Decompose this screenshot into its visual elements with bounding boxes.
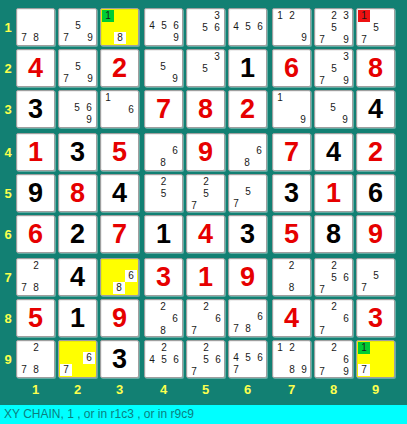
solved-digit: 5 bbox=[17, 300, 54, 336]
solved-digit: 4 bbox=[17, 50, 54, 86]
cell-r7c8[interactable]: 2567 bbox=[314, 258, 353, 296]
solved-digit: 6 bbox=[17, 216, 54, 252]
solved-digit: 5 bbox=[101, 134, 138, 170]
candidates: 4569 bbox=[146, 10, 181, 44]
candidate-8: 8 bbox=[242, 323, 254, 335]
cell-r6c8[interactable]: 8 bbox=[314, 215, 353, 253]
candidate-6: 6 bbox=[212, 354, 224, 366]
solved-digit: 4 bbox=[187, 216, 224, 252]
candidate-6: 6 bbox=[340, 272, 352, 284]
cell-r8c6[interactable]: 678 bbox=[228, 299, 267, 337]
candidate-6: 6 bbox=[254, 21, 266, 33]
candidates: 18 bbox=[102, 10, 137, 44]
candidate-7: 7 bbox=[316, 366, 328, 378]
candidate-5: 5 bbox=[71, 102, 83, 114]
cell-r8c1[interactable]: 5 bbox=[16, 299, 55, 337]
box-9: 28256757426731289267917 bbox=[272, 258, 395, 378]
candidate-9: 9 bbox=[84, 32, 96, 44]
candidate-9: 9 bbox=[340, 34, 352, 46]
candidate-7: 7 bbox=[316, 75, 328, 87]
box-1: 785791845792356916 bbox=[16, 8, 139, 128]
cell-r1c4[interactable]: 4569 bbox=[144, 8, 183, 46]
cell-r4c5[interactable]: 9 bbox=[186, 133, 225, 171]
candidates: 267 bbox=[188, 301, 223, 335]
candidate-7: 7 bbox=[230, 323, 242, 335]
cell-r5c6[interactable]: 57 bbox=[228, 174, 267, 212]
solved-digit: 9 bbox=[357, 216, 394, 252]
given-digit: 4 bbox=[315, 134, 352, 170]
cell-r9c5[interactable]: 2567 bbox=[186, 340, 225, 378]
cell-r9c3[interactable]: 3 bbox=[100, 340, 139, 378]
row-label-2: 2 bbox=[0, 49, 16, 87]
candidate-7: 7 bbox=[188, 200, 200, 212]
cell-r1c1[interactable]: 78 bbox=[16, 8, 55, 46]
box-7: 278468519278673 bbox=[16, 258, 139, 378]
candidates: 23579 bbox=[316, 10, 351, 44]
candidate-7: 7 bbox=[188, 366, 200, 378]
candidate-2: 2 bbox=[158, 176, 170, 188]
solved-digit: 5 bbox=[273, 216, 310, 252]
candidate-5: 5 bbox=[242, 352, 254, 364]
candidates: 157 bbox=[358, 10, 393, 44]
candidate-6: 6 bbox=[253, 145, 265, 157]
cell-r5c8[interactable]: 1 bbox=[314, 174, 353, 212]
cell-r6c7[interactable]: 5 bbox=[272, 215, 311, 253]
candidate-1: 1 bbox=[102, 92, 114, 104]
cell-r8c3[interactable]: 9 bbox=[100, 299, 139, 337]
cell-r7c5[interactable]: 1 bbox=[186, 258, 225, 296]
cell-r2c9[interactable]: 8 bbox=[356, 49, 395, 87]
candidate-6: 6 bbox=[254, 311, 266, 323]
candidate-7: 7 bbox=[358, 34, 370, 46]
cell-r5c9[interactable]: 6 bbox=[356, 174, 395, 212]
column-label-3: 3 bbox=[100, 381, 139, 397]
box-8: 319268267678245625674567 bbox=[144, 258, 267, 378]
candidate-4: 4 bbox=[146, 20, 158, 32]
candidate-9: 9 bbox=[169, 73, 181, 85]
cell-r2c2[interactable]: 579 bbox=[58, 49, 97, 87]
cell-r3c8[interactable]: 59 bbox=[314, 90, 353, 128]
row-labels-group-2: 456 bbox=[0, 133, 16, 253]
solved-digit: 7 bbox=[273, 134, 310, 170]
cell-r4c2[interactable]: 3 bbox=[58, 133, 97, 171]
solved-digit: 2 bbox=[229, 91, 266, 127]
cell-r7c6[interactable]: 9 bbox=[228, 258, 267, 296]
candidate-7: 7 bbox=[316, 34, 328, 46]
solved-digit: 3 bbox=[357, 300, 394, 336]
solved-digit: 2 bbox=[357, 134, 394, 170]
candidates: 25 bbox=[146, 176, 181, 210]
given-digit: 6 bbox=[357, 175, 394, 211]
candidate-6: 6 bbox=[170, 354, 182, 366]
given-digit: 1 bbox=[145, 216, 182, 252]
candidate-9: 9 bbox=[339, 114, 351, 126]
candidates: 678 bbox=[230, 301, 265, 335]
cell-r6c1[interactable]: 6 bbox=[16, 215, 55, 253]
cell-r6c2[interactable]: 2 bbox=[58, 215, 97, 253]
candidate-5: 5 bbox=[328, 22, 340, 34]
candidates: 2456 bbox=[146, 342, 181, 376]
cell-r4c6[interactable]: 68 bbox=[228, 133, 267, 171]
candidate-7: 7 bbox=[316, 325, 328, 337]
row-label-3: 3 bbox=[0, 90, 16, 128]
candidates: 278 bbox=[18, 260, 53, 294]
candidates: 35 bbox=[188, 51, 223, 85]
candidate-1-green-marked: 1 bbox=[102, 10, 114, 22]
cell-r4c4[interactable]: 68 bbox=[144, 133, 183, 171]
cell-r4c9[interactable]: 2 bbox=[356, 133, 395, 171]
cell-r7c2[interactable]: 4 bbox=[58, 258, 97, 296]
candidate-4: 4 bbox=[146, 354, 158, 366]
cell-r4c3[interactable]: 5 bbox=[100, 133, 139, 171]
cell-r2c1[interactable]: 4 bbox=[16, 49, 55, 87]
candidate-7: 7 bbox=[358, 364, 370, 376]
cell-r5c7[interactable]: 3 bbox=[272, 174, 311, 212]
candidate-7: 7 bbox=[188, 325, 200, 337]
box-4: 135984627 bbox=[16, 133, 139, 253]
candidate-4: 4 bbox=[230, 352, 242, 364]
solved-digit: 7 bbox=[145, 91, 182, 127]
box-2: 456935645659351782 bbox=[144, 8, 267, 128]
candidate-5: 5 bbox=[370, 270, 382, 282]
cell-r3c2[interactable]: 569 bbox=[58, 90, 97, 128]
row-label-9: 9 bbox=[0, 340, 16, 378]
row-labels: 123456789 bbox=[0, 8, 16, 378]
cell-r3c7[interactable]: 19 bbox=[272, 90, 311, 128]
solved-digit: 1 bbox=[17, 134, 54, 170]
candidate-6: 6 bbox=[254, 352, 266, 364]
candidate-8: 8 bbox=[286, 282, 298, 294]
solved-digit: 1 bbox=[315, 175, 352, 211]
candidate-7: 7 bbox=[358, 282, 370, 294]
candidates: 278 bbox=[18, 342, 53, 376]
row-labels-group-3: 789 bbox=[0, 258, 16, 378]
status-text: XY CHAIN, 1 , or in r1c3 , or in r9c9 bbox=[4, 407, 194, 421]
solved-digit: 8 bbox=[59, 175, 96, 211]
cell-r7c9[interactable]: 57 bbox=[356, 258, 395, 296]
candidates: 67 bbox=[60, 342, 95, 376]
given-digit: 8 bbox=[315, 216, 352, 252]
candidate-9: 9 bbox=[298, 32, 310, 44]
cell-r3c1[interactable]: 3 bbox=[16, 90, 55, 128]
cell-r4c7[interactable]: 7 bbox=[272, 133, 311, 171]
solved-digit: 7 bbox=[101, 216, 138, 252]
candidate-5: 5 bbox=[328, 272, 340, 284]
candidate-2: 2 bbox=[200, 342, 212, 354]
cell-r3c9[interactable]: 4 bbox=[356, 90, 395, 128]
candidate-2: 2 bbox=[286, 342, 298, 354]
candidate-9: 9 bbox=[298, 364, 310, 376]
candidate-2: 2 bbox=[200, 176, 212, 188]
candidate-3: 3 bbox=[211, 51, 223, 63]
given-digit: 3 bbox=[101, 341, 138, 377]
candidate-6: 6 bbox=[211, 22, 223, 34]
candidate-7: 7 bbox=[60, 364, 72, 376]
cell-r2c6[interactable]: 1 bbox=[228, 49, 267, 87]
cell-r5c1[interactable]: 9 bbox=[16, 174, 55, 212]
candidates: 268 bbox=[146, 301, 181, 335]
candidates: 579 bbox=[60, 10, 95, 44]
candidate-7: 7 bbox=[18, 364, 30, 376]
candidate-6: 6 bbox=[83, 102, 95, 114]
solved-digit: 9 bbox=[229, 259, 266, 295]
candidates: 17 bbox=[358, 342, 393, 376]
cell-r5c3[interactable]: 4 bbox=[100, 174, 139, 212]
cell-r7c3[interactable]: 68 bbox=[100, 258, 139, 296]
candidate-5: 5 bbox=[200, 188, 212, 200]
candidate-4: 4 bbox=[230, 21, 242, 33]
given-digit: 2 bbox=[59, 216, 96, 252]
candidate-6: 6 bbox=[170, 20, 182, 32]
column-label-5: 5 bbox=[186, 381, 225, 397]
candidates: 2567 bbox=[188, 342, 223, 376]
column-labels-group-1: 123 bbox=[16, 381, 139, 397]
candidate-8: 8 bbox=[30, 32, 42, 44]
column-label-1: 1 bbox=[16, 381, 55, 397]
candidate-8: 8 bbox=[113, 282, 125, 294]
candidates: 16 bbox=[102, 92, 137, 126]
box-3: 1292357915763579819594 bbox=[272, 8, 395, 128]
cell-r8c8[interactable]: 267 bbox=[314, 299, 353, 337]
candidates: 267 bbox=[316, 301, 351, 335]
candidates: 1289 bbox=[274, 342, 309, 376]
candidate-6: 6 bbox=[83, 352, 95, 364]
cell-r6c4[interactable]: 1 bbox=[144, 215, 183, 253]
candidates: 129 bbox=[274, 10, 309, 44]
candidate-5: 5 bbox=[158, 188, 170, 200]
row-label-4: 4 bbox=[0, 133, 16, 171]
candidate-6: 6 bbox=[169, 313, 181, 325]
candidate-3: 3 bbox=[340, 10, 352, 22]
candidate-6: 6 bbox=[125, 104, 137, 116]
candidate-2: 2 bbox=[30, 260, 42, 272]
candidate-9: 9 bbox=[297, 114, 309, 126]
column-label-9: 9 bbox=[356, 381, 395, 397]
candidate-5: 5 bbox=[72, 20, 84, 32]
candidates: 257 bbox=[188, 176, 223, 210]
candidate-6: 6 bbox=[125, 270, 137, 282]
status-bar: XY CHAIN, 1 , or in r1c3 , or in r9c9 bbox=[0, 405, 407, 424]
candidate-5: 5 bbox=[242, 186, 254, 198]
cell-r2c5[interactable]: 35 bbox=[186, 49, 225, 87]
cell-r7c1[interactable]: 278 bbox=[16, 258, 55, 296]
candidate-2: 2 bbox=[200, 301, 212, 313]
candidate-2: 2 bbox=[158, 342, 170, 354]
solved-digit: 9 bbox=[187, 134, 224, 170]
row-label-8: 8 bbox=[0, 299, 16, 337]
solved-digit: 6 bbox=[273, 50, 310, 86]
solved-digit: 1 bbox=[187, 259, 224, 295]
given-digit: 3 bbox=[59, 134, 96, 170]
cell-r2c3[interactable]: 2 bbox=[100, 49, 139, 87]
sudoku-board: 7857918457923569164569356456593517821292… bbox=[16, 8, 395, 378]
cell-r1c5[interactable]: 356 bbox=[186, 8, 225, 46]
column-label-7: 7 bbox=[272, 381, 311, 397]
cell-r1c8[interactable]: 23579 bbox=[314, 8, 353, 46]
cell-r9c6[interactable]: 4567 bbox=[228, 340, 267, 378]
solved-digit: 9 bbox=[101, 300, 138, 336]
box-6: 742316589 bbox=[272, 133, 395, 253]
candidate-1: 1 bbox=[274, 342, 286, 354]
cell-r2c7[interactable]: 6 bbox=[272, 49, 311, 87]
row-label-5: 5 bbox=[0, 174, 16, 212]
cell-r8c7[interactable]: 4 bbox=[272, 299, 311, 337]
cell-r3c6[interactable]: 2 bbox=[228, 90, 267, 128]
candidate-5: 5 bbox=[200, 354, 212, 366]
candidate-8: 8 bbox=[286, 364, 298, 376]
candidates: 68 bbox=[230, 135, 265, 169]
candidates: 68 bbox=[146, 135, 181, 169]
candidates: 78 bbox=[18, 10, 53, 44]
given-digit: 1 bbox=[229, 50, 266, 86]
candidate-8: 8 bbox=[30, 364, 42, 376]
row-label-7: 7 bbox=[0, 258, 16, 296]
candidate-9: 9 bbox=[83, 114, 95, 126]
cell-r1c9[interactable]: 157 bbox=[356, 8, 395, 46]
candidate-5: 5 bbox=[328, 63, 340, 75]
column-labels-group-2: 456 bbox=[144, 381, 267, 397]
given-digit: 1 bbox=[59, 300, 96, 336]
candidate-2: 2 bbox=[157, 301, 169, 313]
column-label-2: 2 bbox=[58, 381, 97, 397]
column-labels: 123456789 bbox=[16, 381, 395, 397]
candidate-7: 7 bbox=[18, 282, 30, 294]
cell-r9c9[interactable]: 17 bbox=[356, 340, 395, 378]
given-digit: 4 bbox=[101, 175, 138, 211]
column-label-4: 4 bbox=[144, 381, 183, 397]
given-digit: 3 bbox=[273, 175, 310, 211]
cell-r6c9[interactable]: 9 bbox=[356, 215, 395, 253]
cell-r9c8[interactable]: 2679 bbox=[314, 340, 353, 378]
candidate-2: 2 bbox=[328, 301, 340, 313]
candidate-6: 6 bbox=[169, 145, 181, 157]
cell-r9c1[interactable]: 278 bbox=[16, 340, 55, 378]
cell-r7c7[interactable]: 28 bbox=[272, 258, 311, 296]
candidate-1: 1 bbox=[274, 92, 286, 104]
solved-digit: 3 bbox=[145, 259, 182, 295]
cell-r3c3[interactable]: 16 bbox=[100, 90, 139, 128]
cell-r6c5[interactable]: 4 bbox=[186, 215, 225, 253]
cell-r9c7[interactable]: 1289 bbox=[272, 340, 311, 378]
candidate-7: 7 bbox=[18, 32, 30, 44]
candidate-2: 2 bbox=[286, 10, 298, 22]
cell-r8c4[interactable]: 268 bbox=[144, 299, 183, 337]
candidate-2: 2 bbox=[30, 342, 42, 354]
box-5: 689682525757143 bbox=[144, 133, 267, 253]
candidate-6: 6 bbox=[212, 313, 224, 325]
candidate-7: 7 bbox=[316, 284, 328, 296]
candidate-5: 5 bbox=[72, 61, 84, 73]
cell-r8c2[interactable]: 1 bbox=[58, 299, 97, 337]
candidates: 68 bbox=[102, 260, 137, 294]
given-digit: 3 bbox=[229, 216, 266, 252]
cell-r4c8[interactable]: 4 bbox=[314, 133, 353, 171]
candidate-7: 7 bbox=[60, 73, 72, 85]
column-labels-group-3: 789 bbox=[272, 381, 395, 397]
given-digit: 3 bbox=[17, 91, 54, 127]
candidate-9: 9 bbox=[170, 32, 182, 44]
solved-digit: 8 bbox=[187, 91, 224, 127]
candidate-8: 8 bbox=[157, 325, 169, 337]
cell-r2c4[interactable]: 59 bbox=[144, 49, 183, 87]
column-label-8: 8 bbox=[314, 381, 353, 397]
column-label-6: 6 bbox=[228, 381, 267, 397]
cell-r6c6[interactable]: 3 bbox=[228, 215, 267, 253]
candidate-5: 5 bbox=[327, 102, 339, 114]
candidate-7: 7 bbox=[230, 198, 242, 210]
candidate-1-green-marked: 1 bbox=[358, 342, 370, 354]
sudoku-app-window: 123456789 785791845792356916456935645659… bbox=[0, 0, 407, 424]
candidate-2: 2 bbox=[328, 342, 340, 354]
cell-r5c2[interactable]: 8 bbox=[58, 174, 97, 212]
cell-r3c4[interactable]: 7 bbox=[144, 90, 183, 128]
cell-r9c2[interactable]: 67 bbox=[58, 340, 97, 378]
cell-r2c8[interactable]: 3579 bbox=[314, 49, 353, 87]
candidate-1-red-marked: 1 bbox=[358, 10, 370, 22]
candidate-1: 1 bbox=[274, 10, 286, 22]
solved-digit: 4 bbox=[273, 300, 310, 336]
given-digit: 4 bbox=[59, 259, 96, 295]
candidates: 2679 bbox=[316, 342, 351, 376]
cell-r3c5[interactable]: 8 bbox=[186, 90, 225, 128]
cell-r8c9[interactable]: 3 bbox=[356, 299, 395, 337]
candidates: 4567 bbox=[230, 342, 265, 376]
candidates: 19 bbox=[274, 92, 309, 126]
cell-r7c4[interactable]: 3 bbox=[144, 258, 183, 296]
cell-r9c4[interactable]: 2456 bbox=[144, 340, 183, 378]
candidate-2: 2 bbox=[286, 260, 298, 272]
candidates: 2567 bbox=[316, 260, 351, 294]
candidates: 59 bbox=[146, 51, 181, 85]
candidate-8: 8 bbox=[30, 282, 42, 294]
cell-r8c5[interactable]: 267 bbox=[186, 299, 225, 337]
cell-r5c4[interactable]: 25 bbox=[144, 174, 183, 212]
candidate-9: 9 bbox=[84, 73, 96, 85]
candidate-3: 3 bbox=[340, 51, 352, 63]
cell-r1c2[interactable]: 579 bbox=[58, 8, 97, 46]
candidate-8: 8 bbox=[241, 157, 253, 169]
candidate-6: 6 bbox=[340, 313, 352, 325]
cell-r1c6[interactable]: 456 bbox=[228, 8, 267, 46]
candidate-6: 6 bbox=[340, 354, 352, 366]
candidate-8: 8 bbox=[157, 157, 169, 169]
candidate-2: 2 bbox=[328, 260, 340, 272]
candidate-9: 9 bbox=[340, 75, 352, 87]
candidates: 356 bbox=[188, 10, 223, 44]
candidates: 3579 bbox=[316, 51, 351, 85]
candidate-3: 3 bbox=[211, 10, 223, 22]
candidate-5: 5 bbox=[370, 22, 382, 34]
cell-r5c5[interactable]: 257 bbox=[186, 174, 225, 212]
cell-r1c3[interactable]: 18 bbox=[100, 8, 139, 46]
candidate-7: 7 bbox=[60, 32, 72, 44]
row-label-1: 1 bbox=[0, 8, 16, 46]
cell-r4c1[interactable]: 1 bbox=[16, 133, 55, 171]
candidates: 579 bbox=[60, 51, 95, 85]
cell-r6c3[interactable]: 7 bbox=[100, 215, 139, 253]
candidate-5: 5 bbox=[158, 354, 170, 366]
solved-digit: 8 bbox=[357, 50, 394, 86]
candidates: 569 bbox=[60, 92, 95, 126]
candidate-9: 9 bbox=[340, 366, 352, 378]
candidate-5: 5 bbox=[158, 20, 170, 32]
candidate-2: 2 bbox=[328, 10, 340, 22]
candidate-7: 7 bbox=[230, 364, 242, 376]
cell-r1c7[interactable]: 129 bbox=[272, 8, 311, 46]
candidates: 456 bbox=[230, 10, 265, 44]
candidate-8: 8 bbox=[114, 32, 126, 44]
candidate-5: 5 bbox=[157, 61, 169, 73]
